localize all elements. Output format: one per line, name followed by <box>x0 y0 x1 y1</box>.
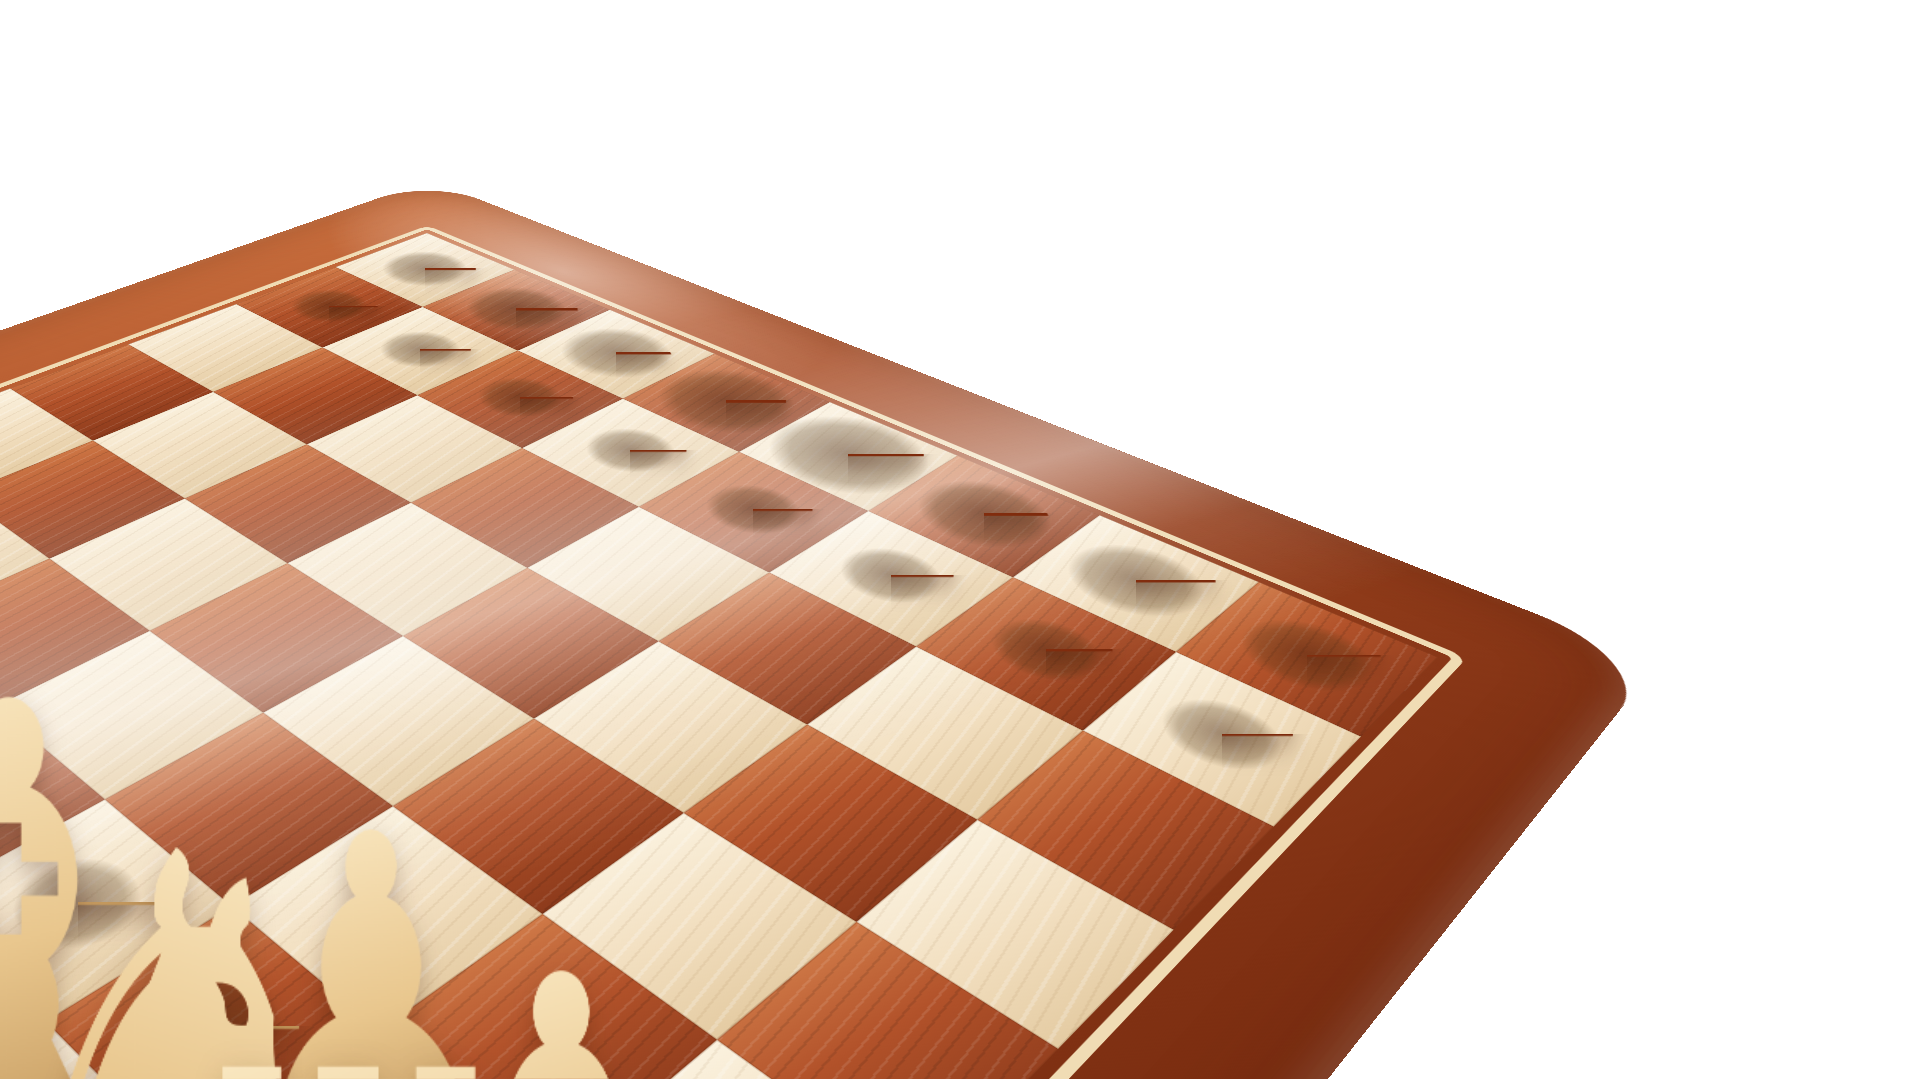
chessboard: ♜♞♝♛♚♝♞♜♟♟♟♟♟♟♟♟♟♟♟♟♟♟♟♟♜♞♝♛♚♝♞♜ <box>0 180 1658 1079</box>
photo-stage: ♜♞♝♛♚♝♞♜♟♟♟♟♟♟♟♟♟♟♟♟♟♟♟♟♜♞♝♛♚♝♞♜ <box>0 0 1920 1079</box>
rook-icon: ♜ <box>148 990 550 1079</box>
